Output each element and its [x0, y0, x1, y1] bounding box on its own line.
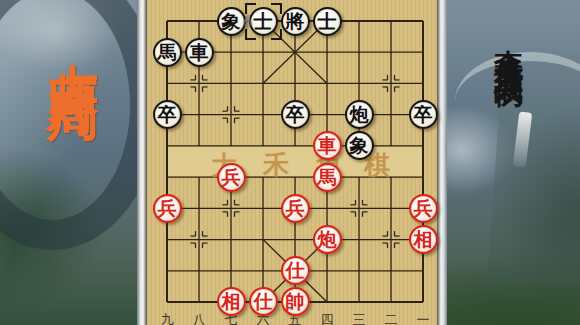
- xiangqi-piece-black[interactable]: 士: [313, 7, 342, 36]
- xiangqi-piece-black[interactable]: 士: [249, 7, 278, 36]
- file-label: 四: [316, 311, 338, 325]
- xiangqi-piece-red[interactable]: 兵: [281, 194, 310, 223]
- xiangqi-piece-black[interactable]: 卒: [153, 100, 182, 129]
- xiangqi-piece-red[interactable]: 帥: [281, 287, 310, 316]
- xiangqi-piece-red[interactable]: 兵: [409, 194, 438, 223]
- river-text-char: 禾: [263, 148, 289, 183]
- xiangqi-piece-red[interactable]: 兵: [217, 163, 246, 192]
- xiangqi-piece-black[interactable]: 炮: [345, 100, 374, 129]
- file-label: 八: [188, 311, 210, 325]
- xiangqi-piece-black[interactable]: 車: [185, 38, 214, 67]
- background-scenery: 大师对局 李来群经典战例 大禾象棋九八七六五四三二一象士☝將士馬車卒卒炮卒象車兵…: [0, 0, 580, 325]
- left-title: 大师对局: [38, 22, 108, 62]
- board-frame-right: [437, 0, 447, 325]
- xiangqi-board[interactable]: 大禾象棋九八七六五四三二一象士☝將士馬車卒卒炮卒象車兵馬兵兵兵炮相仕相仕帥: [147, 0, 437, 325]
- file-label: 一: [412, 311, 434, 325]
- xiangqi-piece-red[interactable]: 馬: [313, 163, 342, 192]
- xiangqi-piece-red[interactable]: 車: [313, 131, 342, 160]
- xiangqi-piece-red[interactable]: 相: [409, 225, 438, 254]
- xiangqi-piece-red[interactable]: 兵: [153, 194, 182, 223]
- right-title: 李来群经典战例: [489, 26, 529, 61]
- xiangqi-piece-black[interactable]: 象: [345, 131, 374, 160]
- xiangqi-piece-red[interactable]: 炮: [313, 225, 342, 254]
- xiangqi-piece-black[interactable]: 象: [217, 7, 246, 36]
- file-label: 三: [348, 311, 370, 325]
- xiangqi-piece-black[interactable]: 馬: [153, 38, 182, 67]
- xiangqi-piece-black[interactable]: 卒: [281, 100, 310, 129]
- file-label: 九: [156, 311, 178, 325]
- xiangqi-piece-red[interactable]: 仕: [281, 256, 310, 285]
- xiangqi-piece-red[interactable]: 仕: [249, 287, 278, 316]
- xiangqi-piece-black[interactable]: 卒: [409, 100, 438, 129]
- board-frame-left: [137, 0, 147, 325]
- xiangqi-piece-black[interactable]: 將: [281, 7, 310, 36]
- file-label: 二: [380, 311, 402, 325]
- xiangqi-piece-red[interactable]: 相: [217, 287, 246, 316]
